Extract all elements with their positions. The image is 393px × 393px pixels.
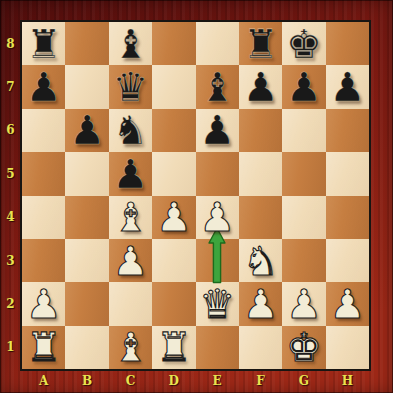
file-label-b: B (65, 371, 108, 391)
square-e5[interactable] (196, 152, 239, 195)
square-b2[interactable] (65, 282, 108, 325)
square-b5[interactable] (65, 152, 108, 195)
square-d8[interactable] (152, 22, 195, 65)
rank-label-2: 2 (3, 282, 18, 325)
piece-white-king[interactable]: ♚ (282, 326, 325, 369)
square-h7[interactable]: ♟ (326, 65, 369, 108)
piece-black-pawn[interactable]: ♟ (109, 152, 152, 195)
square-h1[interactable] (326, 326, 369, 369)
square-a7[interactable]: ♟ (22, 65, 65, 108)
rank-label-3: 3 (3, 239, 18, 282)
piece-black-bishop[interactable]: ♝ (196, 65, 239, 108)
square-d5[interactable] (152, 152, 195, 195)
piece-white-queen[interactable]: ♛ (196, 282, 239, 325)
square-f8[interactable]: ♜ (239, 22, 282, 65)
rank-label-1: 1 (3, 326, 18, 369)
square-g3[interactable] (282, 239, 325, 282)
square-f5[interactable] (239, 152, 282, 195)
piece-white-pawn[interactable]: ♟ (109, 239, 152, 282)
rank-label-6: 6 (3, 109, 18, 152)
square-d2[interactable] (152, 282, 195, 325)
square-d7[interactable] (152, 65, 195, 108)
square-b4[interactable] (65, 196, 108, 239)
piece-white-pawn[interactable]: ♟ (196, 196, 239, 239)
square-e1[interactable] (196, 326, 239, 369)
file-label-g: G (282, 371, 325, 391)
square-a1[interactable]: ♜ (22, 326, 65, 369)
square-b7[interactable] (65, 65, 108, 108)
piece-black-bishop[interactable]: ♝ (109, 22, 152, 65)
file-label-e: E (196, 371, 239, 391)
square-c7[interactable]: ♛ (109, 65, 152, 108)
square-d4[interactable]: ♟ (152, 196, 195, 239)
square-a3[interactable] (22, 239, 65, 282)
piece-black-pawn[interactable]: ♟ (282, 65, 325, 108)
square-f3[interactable]: ♞ (239, 239, 282, 282)
square-a4[interactable] (22, 196, 65, 239)
square-c8[interactable]: ♝ (109, 22, 152, 65)
piece-white-pawn[interactable]: ♟ (282, 282, 325, 325)
square-a5[interactable] (22, 152, 65, 195)
piece-black-pawn[interactable]: ♟ (239, 65, 282, 108)
piece-white-pawn[interactable]: ♟ (152, 196, 195, 239)
square-f6[interactable] (239, 109, 282, 152)
square-e4[interactable]: ♟ (196, 196, 239, 239)
file-label-a: A (22, 371, 65, 391)
square-f4[interactable] (239, 196, 282, 239)
square-a8[interactable]: ♜ (22, 22, 65, 65)
file-label-c: C (109, 371, 152, 391)
file-label-h: H (326, 371, 369, 391)
square-h2[interactable]: ♟ (326, 282, 369, 325)
piece-black-pawn[interactable]: ♟ (196, 109, 239, 152)
piece-white-pawn[interactable]: ♟ (239, 282, 282, 325)
square-c1[interactable]: ♝ (109, 326, 152, 369)
piece-black-pawn[interactable]: ♟ (22, 65, 65, 108)
square-g8[interactable]: ♚ (282, 22, 325, 65)
file-label-d: D (152, 371, 195, 391)
piece-black-king[interactable]: ♚ (282, 22, 325, 65)
piece-white-rook[interactable]: ♜ (22, 326, 65, 369)
chess-app: ♜♝♜♚♟♛♝♟♟♟♟♞♟♟♝♟♟♟♞♟♛♟♟♟♜♝♜♚ 87654321ABC… (0, 0, 393, 393)
file-label-f: F (239, 371, 282, 391)
square-g4[interactable] (282, 196, 325, 239)
square-f2[interactable]: ♟ (239, 282, 282, 325)
piece-white-knight[interactable]: ♞ (239, 239, 282, 282)
square-b3[interactable] (65, 239, 108, 282)
square-h6[interactable] (326, 109, 369, 152)
piece-black-rook[interactable]: ♜ (239, 22, 282, 65)
square-d3[interactable] (152, 239, 195, 282)
chess-board: ♜♝♜♚♟♛♝♟♟♟♟♞♟♟♝♟♟♟♞♟♛♟♟♟♜♝♜♚ (20, 20, 371, 371)
square-c4[interactable]: ♝ (109, 196, 152, 239)
square-c6[interactable]: ♞ (109, 109, 152, 152)
rank-label-5: 5 (3, 152, 18, 195)
square-e6[interactable]: ♟ (196, 109, 239, 152)
square-g2[interactable]: ♟ (282, 282, 325, 325)
rank-label-7: 7 (3, 65, 18, 108)
square-e2[interactable]: ♛ (196, 282, 239, 325)
square-c3[interactable]: ♟ (109, 239, 152, 282)
square-a2[interactable]: ♟ (22, 282, 65, 325)
piece-black-pawn[interactable]: ♟ (65, 109, 108, 152)
square-a6[interactable] (22, 109, 65, 152)
square-c5[interactable]: ♟ (109, 152, 152, 195)
piece-white-rook[interactable]: ♜ (152, 326, 195, 369)
piece-black-rook[interactable]: ♜ (22, 22, 65, 65)
square-h8[interactable] (326, 22, 369, 65)
square-d6[interactable] (152, 109, 195, 152)
square-h4[interactable] (326, 196, 369, 239)
square-g5[interactable] (282, 152, 325, 195)
rank-label-8: 8 (3, 22, 18, 65)
square-e7[interactable]: ♝ (196, 65, 239, 108)
square-f1[interactable] (239, 326, 282, 369)
rank-label-4: 4 (3, 196, 18, 239)
piece-white-bishop[interactable]: ♝ (109, 196, 152, 239)
square-b1[interactable] (65, 326, 108, 369)
piece-black-knight[interactable]: ♞ (109, 109, 152, 152)
square-c2[interactable] (109, 282, 152, 325)
square-g7[interactable]: ♟ (282, 65, 325, 108)
square-d1[interactable]: ♜ (152, 326, 195, 369)
piece-white-pawn[interactable]: ♟ (22, 282, 65, 325)
square-f7[interactable]: ♟ (239, 65, 282, 108)
piece-white-pawn[interactable]: ♟ (326, 282, 369, 325)
square-g1[interactable]: ♚ (282, 326, 325, 369)
square-e8[interactable] (196, 22, 239, 65)
square-h3[interactable] (326, 239, 369, 282)
piece-white-bishop[interactable]: ♝ (109, 326, 152, 369)
square-b8[interactable] (65, 22, 108, 65)
square-g6[interactable] (282, 109, 325, 152)
square-b6[interactable]: ♟ (65, 109, 108, 152)
piece-black-pawn[interactable]: ♟ (326, 65, 369, 108)
piece-black-queen[interactable]: ♛ (109, 65, 152, 108)
square-h5[interactable] (326, 152, 369, 195)
